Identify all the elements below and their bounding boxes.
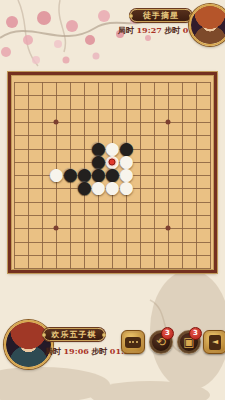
gomoku-board[interactable]: ●●●●●●●●●●●●●●●●: [8, 72, 217, 273]
top-move-time-label: 步时: [164, 26, 180, 35]
hint-count-badge: 3: [189, 327, 202, 340]
white-stone: ●: [119, 181, 133, 195]
grid-line: [210, 82, 211, 269]
star-point: [166, 226, 171, 231]
exit-door-icon: ◄: [209, 335, 221, 350]
grid-line: [14, 255, 211, 256]
chat-button[interactable]: [121, 330, 145, 354]
black-stone: ●: [63, 168, 77, 182]
bottom-player-avatar[interactable]: [4, 320, 53, 369]
white-stone: ●: [49, 168, 63, 182]
bottom-move-time-label: 步时: [91, 347, 107, 356]
top-player-avatar[interactable]: [189, 4, 225, 46]
bottom-player-nameplate: 欢乐五子棋: [43, 328, 105, 341]
star-point: [54, 119, 59, 124]
grid-line: [14, 242, 211, 243]
undo-count-badge: 3: [161, 327, 174, 340]
star-point: [54, 226, 59, 231]
star-point: [166, 119, 171, 124]
chat-bubble-icon: [125, 337, 141, 348]
last-move-marker: [109, 158, 116, 165]
grid-line: [196, 82, 197, 269]
bottom-game-time-value: 19:06: [64, 346, 89, 356]
top-player-portrait: [191, 6, 225, 44]
white-stone: ●: [105, 181, 119, 195]
top-game-time-label: 局时: [118, 26, 134, 35]
grid-line: [14, 268, 211, 269]
top-player-name: 徒手摘星: [143, 10, 179, 21]
exit-button[interactable]: ◄: [203, 330, 225, 354]
bottom-player-name: 欢乐五子棋: [52, 329, 97, 340]
top-player-nameplate: 徒手摘星: [130, 9, 192, 22]
undo-button[interactable]: ⟲ 3: [149, 330, 173, 354]
hint-button[interactable]: ▣ 3: [177, 330, 201, 354]
white-stone: ●: [91, 181, 105, 195]
board-grid[interactable]: ●●●●●●●●●●●●●●●●: [14, 82, 211, 269]
black-stone: ●: [77, 181, 91, 195]
top-game-time-value: 19:27: [137, 25, 162, 35]
bottom-game-time-label: 局时: [45, 347, 61, 356]
